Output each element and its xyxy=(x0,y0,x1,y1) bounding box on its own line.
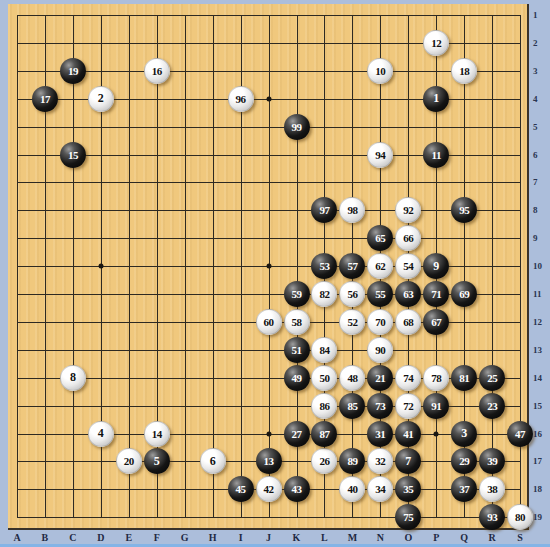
stone-black-19[interactable]: 19 xyxy=(60,58,86,84)
go-kifu-window: 1234567891011121314151617181920212325262… xyxy=(0,0,550,547)
column-label-E: E xyxy=(125,531,132,544)
grid-line-horizontal xyxy=(17,210,521,211)
stone-black-39[interactable]: 39 xyxy=(479,448,505,474)
stone-black-3[interactable]: 3 xyxy=(451,421,477,447)
stone-black-81[interactable]: 81 xyxy=(451,365,477,391)
stone-black-89[interactable]: 89 xyxy=(339,448,365,474)
star-point-D10 xyxy=(98,264,103,269)
stone-black-23[interactable]: 23 xyxy=(479,393,505,419)
stone-black-75[interactable]: 75 xyxy=(395,504,421,530)
stone-white-34[interactable]: 34 xyxy=(367,476,393,502)
stone-white-94[interactable]: 94 xyxy=(367,142,393,168)
stone-white-90[interactable]: 90 xyxy=(367,337,393,363)
stone-white-42[interactable]: 42 xyxy=(256,476,282,502)
row-label-6: 6 xyxy=(533,150,538,160)
stone-black-67[interactable]: 67 xyxy=(423,309,449,335)
column-label-Q: Q xyxy=(460,531,468,544)
row-label-14: 14 xyxy=(533,373,542,383)
stone-white-12[interactable]: 12 xyxy=(423,30,449,56)
stone-black-51[interactable]: 51 xyxy=(284,337,310,363)
stone-black-91[interactable]: 91 xyxy=(423,393,449,419)
column-label-M: M xyxy=(348,531,357,544)
stone-black-29[interactable]: 29 xyxy=(451,448,477,474)
stone-black-35[interactable]: 35 xyxy=(395,476,421,502)
stone-white-72[interactable]: 72 xyxy=(395,393,421,419)
row-label-13: 13 xyxy=(533,345,542,355)
stone-white-62[interactable]: 62 xyxy=(367,253,393,279)
stone-black-55[interactable]: 55 xyxy=(367,281,393,307)
stone-white-86[interactable]: 86 xyxy=(311,393,337,419)
stone-white-84[interactable]: 84 xyxy=(311,337,337,363)
stone-black-57[interactable]: 57 xyxy=(339,253,365,279)
stone-white-66[interactable]: 66 xyxy=(395,225,421,251)
column-label-H: H xyxy=(209,531,217,544)
stone-white-52[interactable]: 52 xyxy=(339,309,365,335)
stone-white-48[interactable]: 48 xyxy=(339,365,365,391)
stone-black-43[interactable]: 43 xyxy=(284,476,310,502)
stone-black-87[interactable]: 87 xyxy=(311,421,337,447)
row-label-15: 15 xyxy=(533,401,542,411)
row-label-4: 4 xyxy=(533,94,538,104)
grid-line-horizontal xyxy=(17,127,521,128)
grid-line-horizontal xyxy=(17,350,521,351)
stone-white-68[interactable]: 68 xyxy=(395,309,421,335)
stone-black-97[interactable]: 97 xyxy=(311,197,337,223)
row-label-17: 17 xyxy=(533,456,542,466)
stone-black-99[interactable]: 99 xyxy=(284,114,310,140)
stone-black-59[interactable]: 59 xyxy=(284,281,310,307)
grid-line-horizontal xyxy=(17,517,521,518)
stone-white-26[interactable]: 26 xyxy=(311,448,337,474)
stone-black-27[interactable]: 27 xyxy=(284,421,310,447)
column-label-I: I xyxy=(239,531,243,544)
column-label-G: G xyxy=(181,531,189,544)
row-label-10: 10 xyxy=(533,261,542,271)
stone-white-10[interactable]: 10 xyxy=(367,58,393,84)
grid-line-horizontal xyxy=(17,238,521,239)
star-point-P16 xyxy=(434,431,439,436)
stone-white-32[interactable]: 32 xyxy=(367,448,393,474)
stone-black-41[interactable]: 41 xyxy=(395,421,421,447)
grid-line-horizontal xyxy=(17,15,521,16)
stone-black-15[interactable]: 15 xyxy=(60,142,86,168)
stone-white-16[interactable]: 16 xyxy=(144,58,170,84)
stone-black-11[interactable]: 11 xyxy=(423,142,449,168)
row-label-19: 19 xyxy=(533,512,542,522)
stone-white-54[interactable]: 54 xyxy=(395,253,421,279)
stone-black-31[interactable]: 31 xyxy=(367,421,393,447)
row-label-1: 1 xyxy=(533,10,538,20)
stone-black-85[interactable]: 85 xyxy=(339,393,365,419)
grid-line-horizontal xyxy=(17,71,521,72)
column-label-P: P xyxy=(433,531,439,544)
row-label-16: 16 xyxy=(533,429,542,439)
stone-black-93[interactable]: 93 xyxy=(479,504,505,530)
column-label-S: S xyxy=(517,531,523,544)
stone-black-71[interactable]: 71 xyxy=(423,281,449,307)
stone-black-49[interactable]: 49 xyxy=(284,365,310,391)
row-label-12: 12 xyxy=(533,317,542,327)
star-point-J16 xyxy=(266,431,271,436)
stone-white-74[interactable]: 74 xyxy=(395,365,421,391)
row-label-18: 18 xyxy=(533,484,542,494)
column-label-C: C xyxy=(69,531,76,544)
stone-white-96[interactable]: 96 xyxy=(228,86,254,112)
stone-white-82[interactable]: 82 xyxy=(311,281,337,307)
stone-white-92[interactable]: 92 xyxy=(395,197,421,223)
stone-white-4[interactable]: 4 xyxy=(88,421,114,447)
stone-white-56[interactable]: 56 xyxy=(339,281,365,307)
stone-black-5[interactable]: 5 xyxy=(144,448,170,474)
column-label-K: K xyxy=(293,531,301,544)
column-labels: ABCDEFGHIJKLMNOPQRS xyxy=(0,531,550,544)
star-point-J4 xyxy=(266,96,271,101)
stone-black-13[interactable]: 13 xyxy=(256,448,282,474)
stone-white-70[interactable]: 70 xyxy=(367,309,393,335)
row-label-9: 9 xyxy=(533,233,538,243)
column-label-N: N xyxy=(377,531,384,544)
row-label-5: 5 xyxy=(533,122,538,132)
stone-black-9[interactable]: 9 xyxy=(423,253,449,279)
row-labels: 12345678910111213141516171819 xyxy=(530,0,550,547)
stone-white-50[interactable]: 50 xyxy=(311,365,337,391)
stone-white-20[interactable]: 20 xyxy=(116,448,142,474)
grid-line-horizontal xyxy=(17,182,521,183)
stone-black-45[interactable]: 45 xyxy=(228,476,254,502)
star-point-J10 xyxy=(266,264,271,269)
stone-white-2[interactable]: 2 xyxy=(88,86,114,112)
column-label-F: F xyxy=(154,531,160,544)
column-label-L: L xyxy=(321,531,328,544)
column-label-R: R xyxy=(489,531,496,544)
stone-black-37[interactable]: 37 xyxy=(451,476,477,502)
row-label-8: 8 xyxy=(533,205,538,215)
stone-black-17[interactable]: 17 xyxy=(32,86,58,112)
stone-black-53[interactable]: 53 xyxy=(311,253,337,279)
stone-black-25[interactable]: 25 xyxy=(479,365,505,391)
stone-black-63[interactable]: 63 xyxy=(395,281,421,307)
row-label-7: 7 xyxy=(533,177,538,187)
go-board[interactable]: 1234567891011121314151617181920212325262… xyxy=(8,4,529,530)
stone-white-60[interactable]: 60 xyxy=(256,309,282,335)
stone-white-14[interactable]: 14 xyxy=(144,421,170,447)
stone-black-73[interactable]: 73 xyxy=(367,393,393,419)
stone-white-6[interactable]: 6 xyxy=(200,448,226,474)
stone-black-69[interactable]: 69 xyxy=(451,281,477,307)
stone-white-18[interactable]: 18 xyxy=(451,58,477,84)
column-label-O: O xyxy=(404,531,412,544)
column-label-J: J xyxy=(266,531,271,544)
column-label-B: B xyxy=(42,531,49,544)
stone-black-95[interactable]: 95 xyxy=(451,197,477,223)
stone-black-21[interactable]: 21 xyxy=(367,365,393,391)
stone-white-38[interactable]: 38 xyxy=(479,476,505,502)
row-label-3: 3 xyxy=(533,66,538,76)
stone-black-7[interactable]: 7 xyxy=(395,448,421,474)
column-label-A: A xyxy=(13,531,20,544)
stone-white-40[interactable]: 40 xyxy=(339,476,365,502)
row-label-2: 2 xyxy=(533,38,538,48)
stone-white-98[interactable]: 98 xyxy=(339,197,365,223)
column-label-D: D xyxy=(97,531,104,544)
stone-black-1[interactable]: 1 xyxy=(423,86,449,112)
stone-white-58[interactable]: 58 xyxy=(284,309,310,335)
stone-white-78[interactable]: 78 xyxy=(423,365,449,391)
stone-black-65[interactable]: 65 xyxy=(367,225,393,251)
row-label-11: 11 xyxy=(533,289,542,299)
stone-white-8[interactable]: 8 xyxy=(60,365,86,391)
